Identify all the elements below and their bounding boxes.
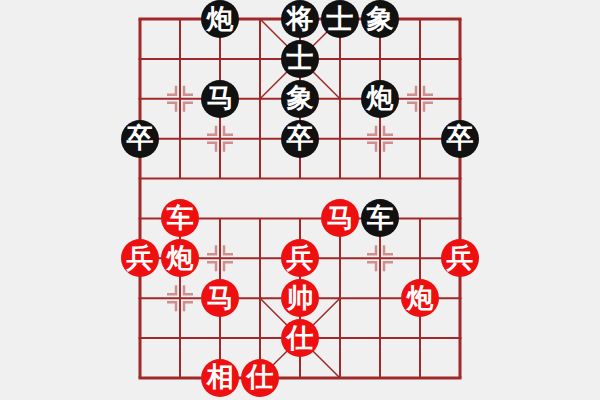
red-soldier[interactable]: 兵	[441, 239, 479, 277]
point-6-5[interactable]: 马	[320, 198, 360, 238]
black-soldier[interactable]: 卒	[281, 120, 319, 158]
point-9-1[interactable]	[440, 39, 480, 79]
point-5-0[interactable]: 将	[280, 0, 320, 39]
point-1-6[interactable]: 兵	[120, 238, 160, 278]
point-7-0[interactable]: 象	[360, 0, 400, 39]
red-cannon[interactable]: 炮	[401, 279, 439, 317]
point-5-9[interactable]	[280, 358, 320, 398]
point-2-1[interactable]	[160, 39, 200, 79]
point-4-7[interactable]	[240, 278, 280, 318]
black-soldier[interactable]: 卒	[441, 120, 479, 158]
point-9-5[interactable]	[440, 198, 480, 238]
point-5-5[interactable]	[280, 198, 320, 238]
black-soldier[interactable]: 卒	[121, 120, 159, 158]
red-cannon[interactable]: 炮	[161, 239, 199, 277]
point-2-2[interactable]	[160, 79, 200, 119]
point-8-9[interactable]	[400, 358, 440, 398]
point-5-7[interactable]: 帅	[280, 278, 320, 318]
point-6-1[interactable]	[320, 39, 360, 79]
point-1-1[interactable]	[120, 39, 160, 79]
point-3-8[interactable]	[200, 318, 240, 358]
red-soldier[interactable]: 兵	[281, 239, 319, 277]
point-9-0[interactable]	[440, 0, 480, 39]
red-soldier[interactable]: 兵	[121, 239, 159, 277]
point-8-3[interactable]	[400, 119, 440, 159]
point-5-6[interactable]: 兵	[280, 238, 320, 278]
black-elephant[interactable]: 象	[281, 80, 319, 118]
point-6-8[interactable]	[320, 318, 360, 358]
point-4-9[interactable]: 仕	[240, 358, 280, 398]
point-1-3[interactable]: 卒	[120, 119, 160, 159]
black-general[interactable]: 将	[281, 0, 319, 38]
point-3-2[interactable]: 马	[200, 79, 240, 119]
black-advisor[interactable]: 士	[321, 0, 359, 38]
point-4-8[interactable]	[240, 318, 280, 358]
point-3-4[interactable]	[200, 159, 240, 199]
point-6-4[interactable]	[320, 159, 360, 199]
red-advisor[interactable]: 仕	[281, 319, 319, 357]
point-5-8[interactable]: 仕	[280, 318, 320, 358]
point-7-3[interactable]	[360, 119, 400, 159]
point-3-5[interactable]	[200, 198, 240, 238]
black-chariot[interactable]: 车	[361, 199, 399, 237]
point-6-0[interactable]: 士	[320, 0, 360, 39]
point-4-6[interactable]	[240, 238, 280, 278]
black-cannon[interactable]: 炮	[361, 80, 399, 118]
point-1-8[interactable]	[120, 318, 160, 358]
point-1-2[interactable]	[120, 79, 160, 119]
point-3-9[interactable]: 相	[200, 358, 240, 398]
point-1-7[interactable]	[120, 278, 160, 318]
point-8-1[interactable]	[400, 39, 440, 79]
point-4-4[interactable]	[240, 159, 280, 199]
point-7-6[interactable]	[360, 238, 400, 278]
point-8-0[interactable]	[400, 0, 440, 39]
point-2-7[interactable]	[160, 278, 200, 318]
point-2-4[interactable]	[160, 159, 200, 199]
point-8-2[interactable]	[400, 79, 440, 119]
point-8-8[interactable]	[400, 318, 440, 358]
point-5-2[interactable]: 象	[280, 79, 320, 119]
black-advisor[interactable]: 士	[281, 40, 319, 78]
point-4-2[interactable]	[240, 79, 280, 119]
point-8-6[interactable]	[400, 238, 440, 278]
point-3-7[interactable]: 马	[200, 278, 240, 318]
point-4-5[interactable]	[240, 198, 280, 238]
point-7-5[interactable]: 车	[360, 198, 400, 238]
black-horse[interactable]: 马	[201, 80, 239, 118]
point-5-4[interactable]	[280, 159, 320, 199]
point-9-6[interactable]: 兵	[440, 238, 480, 278]
point-6-3[interactable]	[320, 119, 360, 159]
point-3-0[interactable]: 炮	[200, 0, 240, 39]
point-4-1[interactable]	[240, 39, 280, 79]
black-elephant[interactable]: 象	[361, 0, 399, 38]
point-1-9[interactable]	[120, 358, 160, 398]
point-9-4[interactable]	[440, 159, 480, 199]
point-3-3[interactable]	[200, 119, 240, 159]
red-chariot[interactable]: 车	[161, 199, 199, 237]
point-8-7[interactable]: 炮	[400, 278, 440, 318]
point-2-8[interactable]	[160, 318, 200, 358]
point-9-2[interactable]	[440, 79, 480, 119]
point-7-8[interactable]	[360, 318, 400, 358]
point-2-6[interactable]: 炮	[160, 238, 200, 278]
point-2-0[interactable]	[160, 0, 200, 39]
point-1-5[interactable]	[120, 198, 160, 238]
point-8-4[interactable]	[400, 159, 440, 199]
red-advisor[interactable]: 仕	[241, 359, 279, 397]
point-8-5[interactable]	[400, 198, 440, 238]
point-4-0[interactable]	[240, 0, 280, 39]
xiangqi-board: 炮将士象士马象炮卒卒卒车马车兵炮兵兵马帅炮仕相仕	[0, 0, 600, 400]
point-4-3[interactable]	[240, 119, 280, 159]
board-intersections: 炮将士象士马象炮卒卒卒车马车兵炮兵兵马帅炮仕相仕	[120, 0, 480, 398]
point-6-9[interactable]	[320, 358, 360, 398]
point-7-9[interactable]	[360, 358, 400, 398]
point-5-1[interactable]: 士	[280, 39, 320, 79]
point-1-4[interactable]	[120, 159, 160, 199]
point-7-4[interactable]	[360, 159, 400, 199]
point-2-3[interactable]	[160, 119, 200, 159]
point-3-6[interactable]	[200, 238, 240, 278]
red-horse[interactable]: 马	[201, 279, 239, 317]
point-6-6[interactable]	[320, 238, 360, 278]
point-3-1[interactable]	[200, 39, 240, 79]
point-5-3[interactable]: 卒	[280, 119, 320, 159]
point-6-7[interactable]	[320, 278, 360, 318]
red-horse[interactable]: 马	[321, 199, 359, 237]
point-2-5[interactable]: 车	[160, 198, 200, 238]
point-6-2[interactable]	[320, 79, 360, 119]
point-9-8[interactable]	[440, 318, 480, 358]
black-cannon[interactable]: 炮	[201, 0, 239, 38]
point-1-0[interactable]	[120, 0, 160, 39]
red-general[interactable]: 帅	[281, 279, 319, 317]
point-2-9[interactable]	[160, 358, 200, 398]
point-9-7[interactable]	[440, 278, 480, 318]
point-9-9[interactable]	[440, 358, 480, 398]
point-7-2[interactable]: 炮	[360, 79, 400, 119]
point-7-1[interactable]	[360, 39, 400, 79]
red-elephant[interactable]: 相	[201, 359, 239, 397]
point-9-3[interactable]: 卒	[440, 119, 480, 159]
point-7-7[interactable]	[360, 278, 400, 318]
